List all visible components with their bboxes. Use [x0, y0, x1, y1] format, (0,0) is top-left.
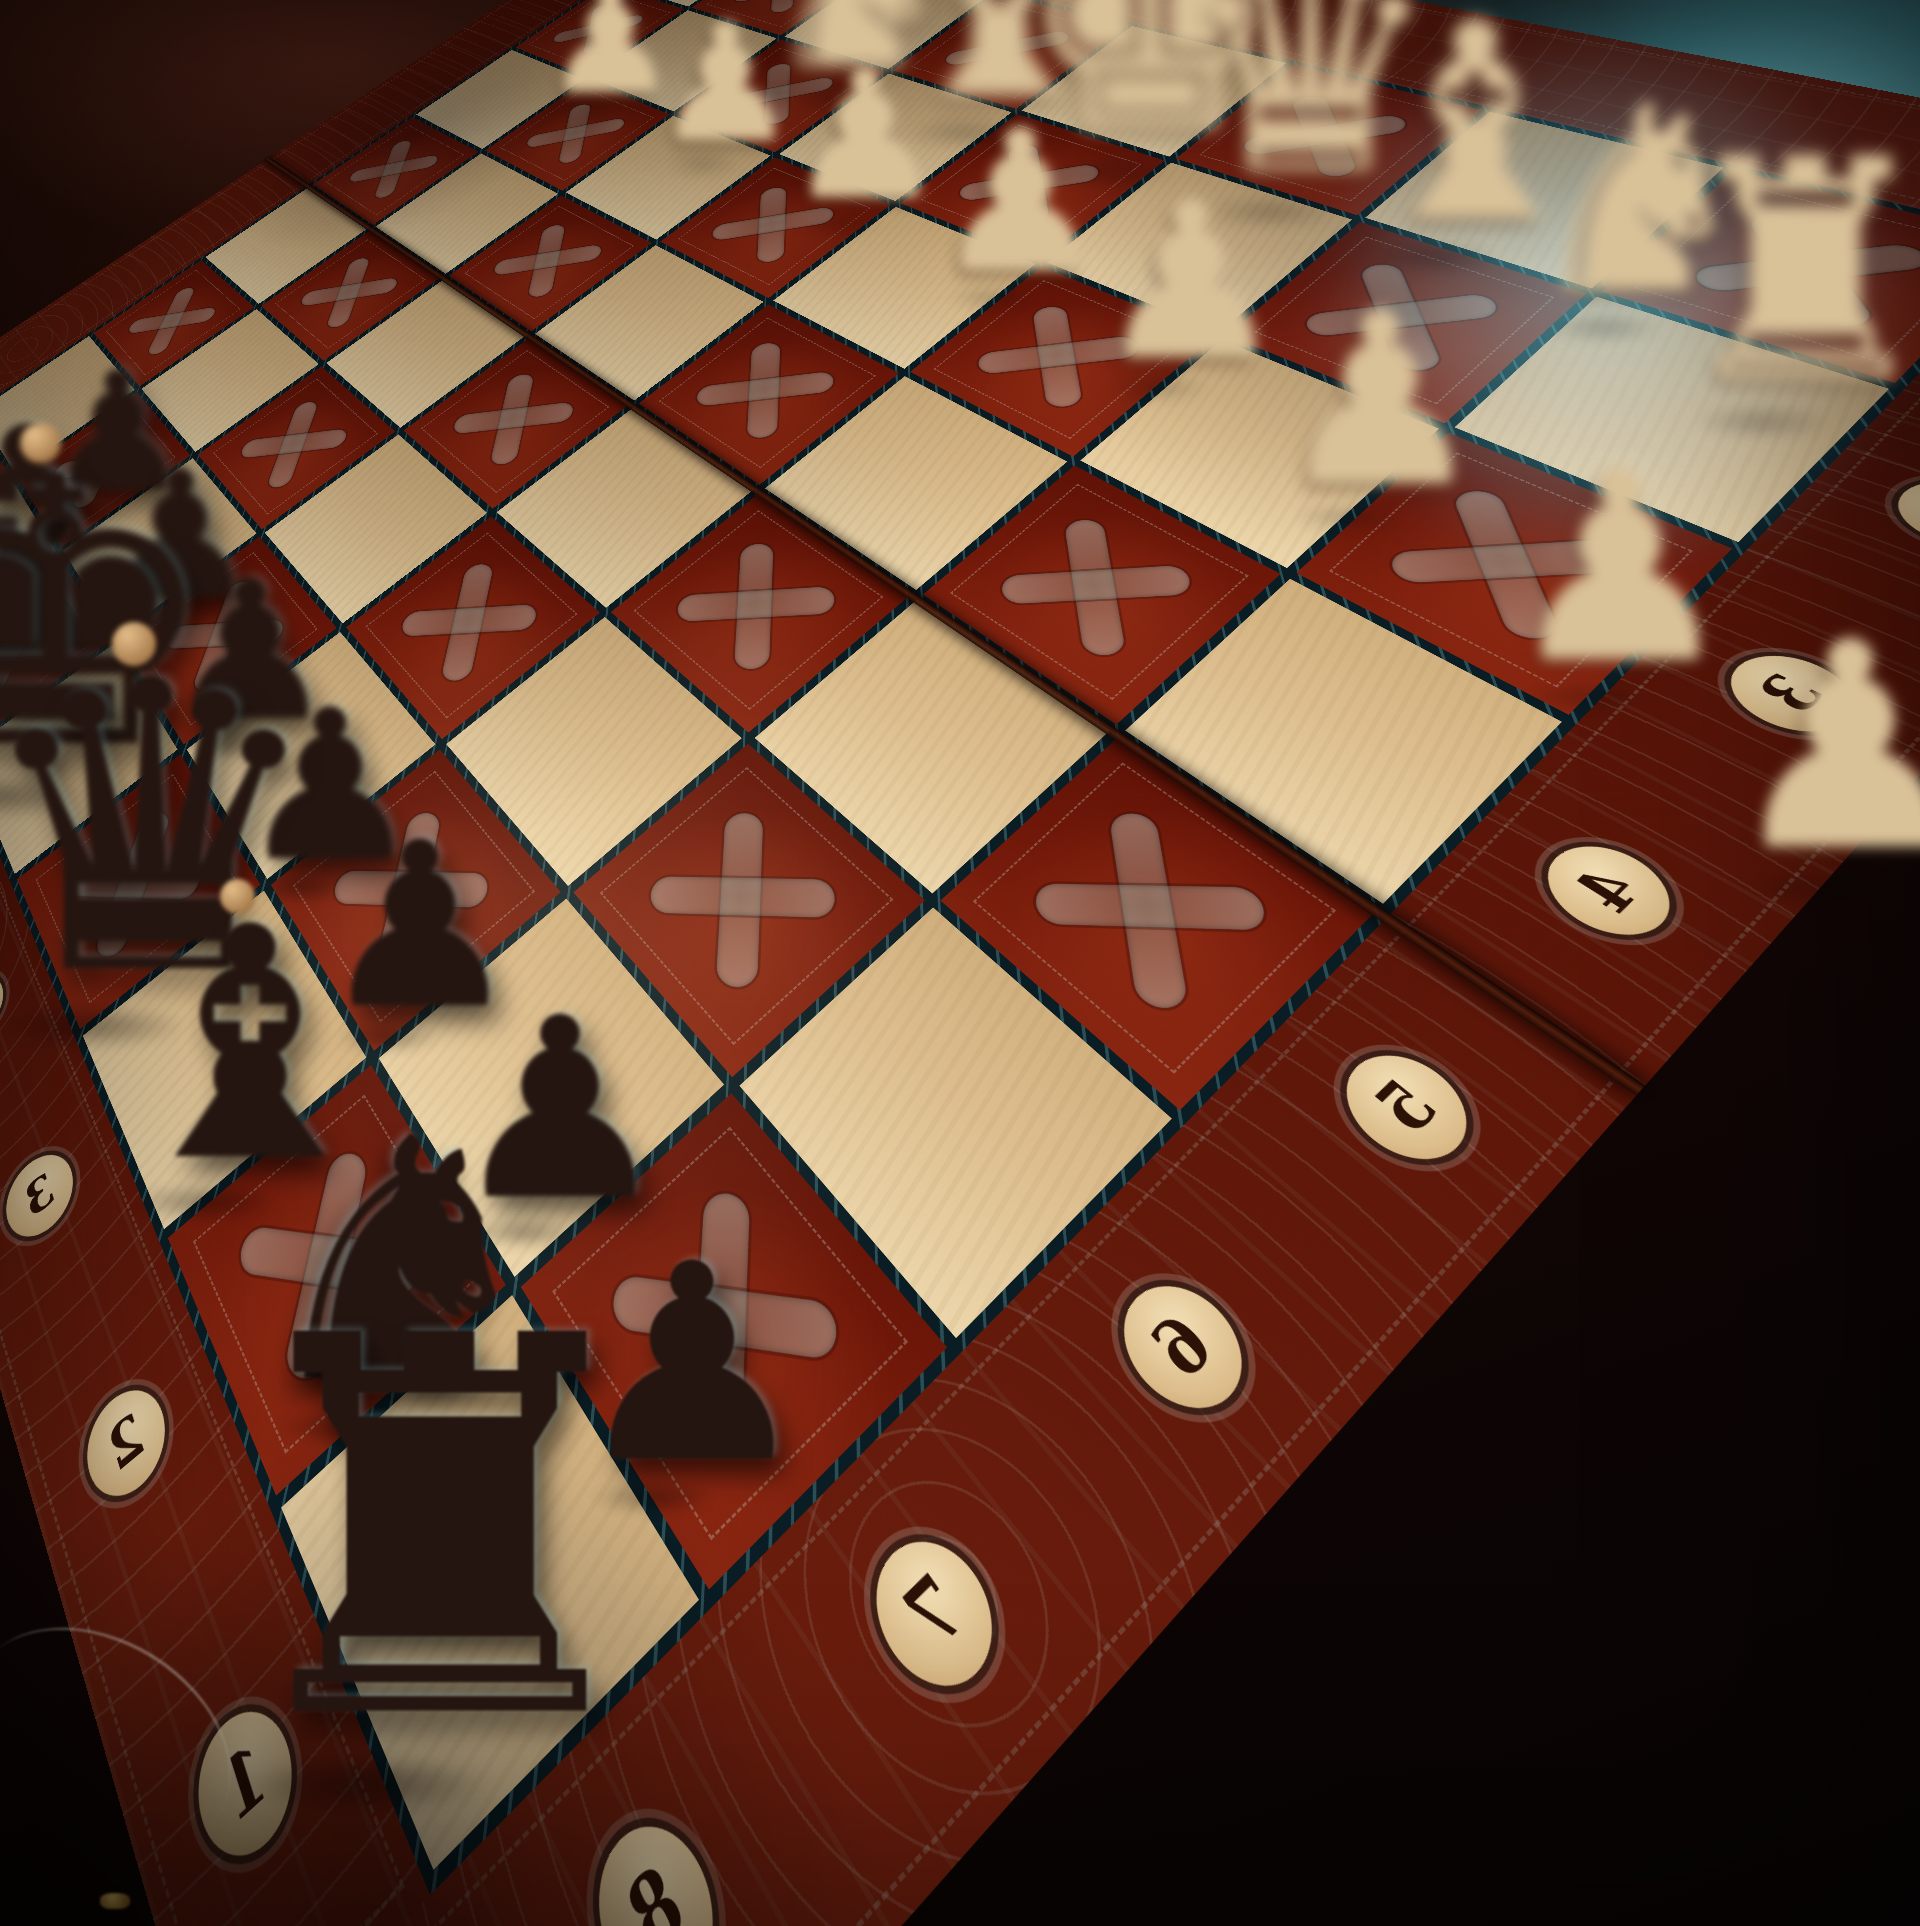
chess-board: 8765432112345678: [0, 0, 1920, 1926]
board-clasp: [100, 1893, 130, 1909]
photo-stage: 8765432112345678 ♞♟♝♟♚♛♟♝♟♞♟♜♟♟♟♝♟♟♚♟♟♛♟…: [0, 0, 1920, 1926]
